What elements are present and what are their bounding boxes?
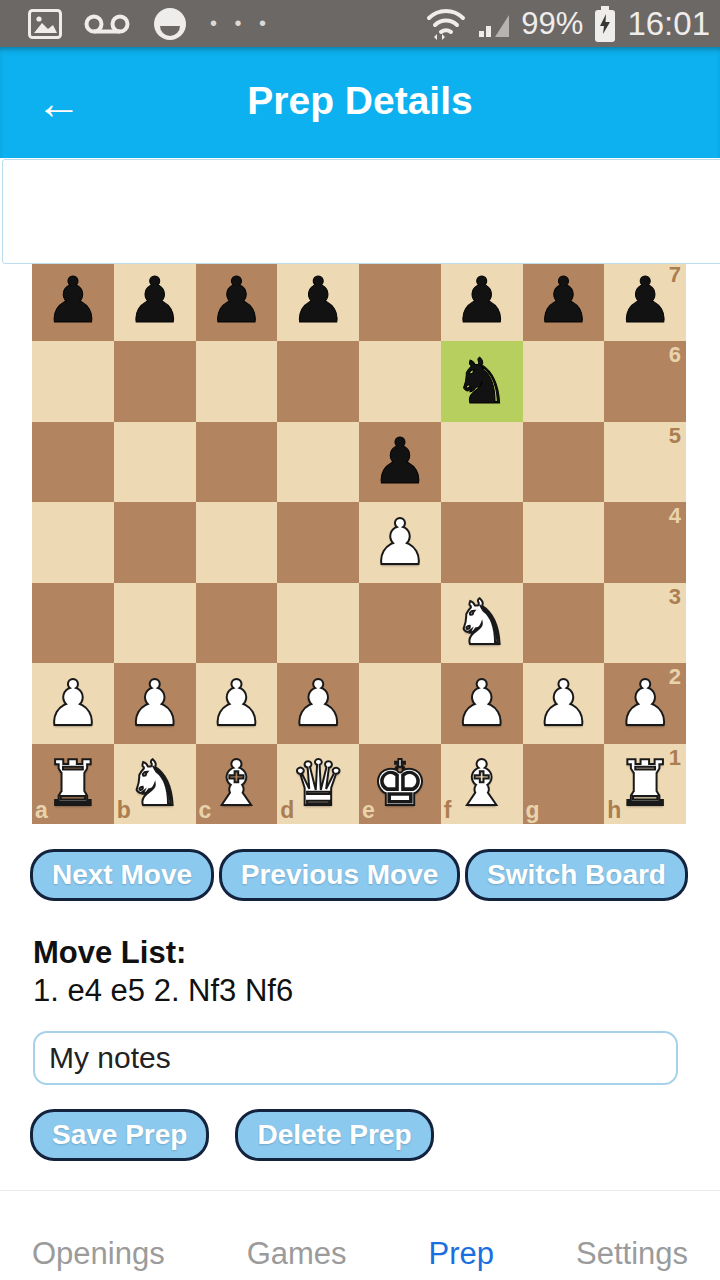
notes-input[interactable] (33, 1031, 678, 1085)
board-controls: Next Move Previous Move Switch Board (30, 849, 688, 901)
file-label-c: c (199, 797, 212, 824)
black-knight[interactable]: ♞ (453, 350, 509, 413)
white-pawn[interactable]: ♟ (535, 672, 591, 735)
file-label-d: d (280, 797, 294, 824)
white-pawn[interactable]: ♟ (290, 672, 346, 735)
square-h7[interactable]: 7♟ (604, 261, 686, 342)
white-rook[interactable]: ♜ (617, 752, 673, 815)
black-pawn[interactable]: ♟ (45, 269, 101, 332)
black-pawn[interactable]: ♟ (453, 269, 509, 332)
square-h4[interactable]: 4 (604, 502, 686, 583)
wifi-icon (425, 6, 467, 42)
rank-label-5: 5 (669, 423, 681, 449)
square-g4[interactable] (523, 502, 605, 583)
square-g5[interactable] (523, 422, 605, 503)
square-b3[interactable] (114, 583, 196, 664)
square-h5[interactable]: 5 (604, 422, 686, 503)
move-list-moves: 1. e4 e5 2. Nf3 Nf6 (33, 973, 293, 1009)
white-pawn[interactable]: ♟ (208, 672, 264, 735)
square-a1[interactable]: a♜ (32, 744, 114, 825)
square-d5[interactable] (277, 422, 359, 503)
square-f7[interactable]: ♟ (441, 261, 523, 342)
square-d6[interactable] (277, 341, 359, 422)
square-f1[interactable]: f♝ (441, 744, 523, 825)
square-f3[interactable]: ♞ (441, 583, 523, 664)
square-h3[interactable]: 3 (604, 583, 686, 664)
square-e3[interactable] (359, 583, 441, 664)
square-a6[interactable] (32, 341, 114, 422)
square-d3[interactable] (277, 583, 359, 664)
square-f4[interactable] (441, 502, 523, 583)
smiley-icon (152, 6, 188, 42)
square-d1[interactable]: d♛ (277, 744, 359, 825)
save-prep-button[interactable]: Save Prep (30, 1109, 209, 1161)
square-b6[interactable] (114, 341, 196, 422)
black-pawn[interactable]: ♟ (535, 269, 591, 332)
square-g3[interactable] (523, 583, 605, 664)
previous-move-button[interactable]: Previous Move (219, 849, 461, 901)
file-label-b: b (117, 797, 131, 824)
file-label-f: f (444, 797, 452, 824)
nav-item-games[interactable]: Games (247, 1236, 347, 1272)
battery-percent: 99% (521, 6, 583, 42)
rank-label-7: 7 (669, 262, 681, 288)
nav-item-settings[interactable]: Settings (576, 1236, 688, 1272)
black-pawn[interactable]: ♟ (617, 269, 673, 332)
move-list-label: Move List: (33, 935, 186, 971)
file-label-h: h (607, 797, 621, 824)
square-c5[interactable] (196, 422, 278, 503)
square-d7[interactable]: ♟ (277, 261, 359, 342)
file-label-a: a (35, 797, 48, 824)
next-move-button[interactable]: Next Move (30, 849, 214, 901)
white-pawn[interactable]: ♟ (45, 672, 101, 735)
square-b5[interactable] (114, 422, 196, 503)
square-d2[interactable]: ♟ (277, 663, 359, 744)
square-a3[interactable] (32, 583, 114, 664)
opening-select-box[interactable] (2, 159, 720, 264)
square-g2[interactable]: ♟ (523, 663, 605, 744)
square-a5[interactable] (32, 422, 114, 503)
rank-label-1: 1 (669, 745, 681, 771)
square-g1[interactable]: g (523, 744, 605, 825)
status-bar: • • • 99% 16:01 (0, 0, 720, 47)
black-pawn[interactable]: ♟ (372, 430, 428, 493)
square-e2[interactable] (359, 663, 441, 744)
delete-prep-button[interactable]: Delete Prep (235, 1109, 433, 1161)
bottom-nav: Openings Games Prep Settings (0, 1228, 720, 1280)
prep-details-screen: • • • 99% 16:01 ← Prep Details ♜♞♝♛♚♝8♜♟… (0, 0, 720, 1280)
white-queen[interactable]: ♛ (290, 752, 346, 815)
white-pawn[interactable]: ♟ (453, 672, 509, 735)
rank-label-4: 4 (669, 503, 681, 529)
black-pawn[interactable]: ♟ (126, 269, 182, 332)
square-c1[interactable]: c♝ (196, 744, 278, 825)
square-c7[interactable]: ♟ (196, 261, 278, 342)
nav-item-prep[interactable]: Prep (429, 1236, 494, 1272)
square-e6[interactable] (359, 341, 441, 422)
rank-label-6: 6 (669, 342, 681, 368)
square-d4[interactable] (277, 502, 359, 583)
nav-divider (0, 1190, 720, 1191)
file-label-g: g (526, 797, 540, 824)
square-a4[interactable] (32, 502, 114, 583)
square-f6[interactable]: ♞ (441, 341, 523, 422)
voicemail-icon (84, 12, 130, 36)
white-pawn[interactable]: ♟ (372, 511, 428, 574)
square-a7[interactable]: ♟ (32, 261, 114, 342)
square-g7[interactable]: ♟ (523, 261, 605, 342)
square-e5[interactable]: ♟ (359, 422, 441, 503)
status-time: 16:01 (627, 5, 710, 43)
square-h6[interactable]: 6 (604, 341, 686, 422)
white-bishop[interactable]: ♝ (453, 752, 509, 815)
square-c4[interactable] (196, 502, 278, 583)
square-h1[interactable]: 1h♜ (604, 744, 686, 825)
white-knight[interactable]: ♞ (126, 752, 182, 815)
prep-actions: Save Prep Delete Prep (30, 1109, 434, 1161)
square-c3[interactable] (196, 583, 278, 664)
square-b7[interactable]: ♟ (114, 261, 196, 342)
square-b1[interactable]: b♞ (114, 744, 196, 825)
signal-icon (477, 9, 511, 39)
square-e4[interactable]: ♟ (359, 502, 441, 583)
rank-label-2: 2 (669, 664, 681, 690)
white-knight[interactable]: ♞ (453, 591, 509, 654)
app-header: ← Prep Details (0, 47, 720, 158)
white-pawn[interactable]: ♟ (126, 672, 182, 735)
white-pawn[interactable]: ♟ (617, 672, 673, 735)
file-label-e: e (362, 797, 375, 824)
square-e7[interactable] (359, 261, 441, 342)
square-h2[interactable]: 2♟ (604, 663, 686, 744)
page-title: Prep Details (0, 79, 720, 123)
square-f2[interactable]: ♟ (441, 663, 523, 744)
nav-item-openings[interactable]: Openings (32, 1236, 165, 1272)
white-bishop[interactable]: ♝ (208, 752, 264, 815)
square-c2[interactable]: ♟ (196, 663, 278, 744)
black-pawn[interactable]: ♟ (208, 269, 264, 332)
square-a2[interactable]: ♟ (32, 663, 114, 744)
more-dots-icon: • • • (210, 12, 272, 35)
battery-icon (593, 5, 617, 43)
switch-board-button[interactable]: Switch Board (465, 849, 688, 901)
white-king[interactable]: ♚ (372, 752, 428, 815)
gallery-icon (28, 9, 62, 39)
rank-label-3: 3 (669, 584, 681, 610)
square-b4[interactable] (114, 502, 196, 583)
white-rook[interactable]: ♜ (45, 752, 101, 815)
square-e1[interactable]: e♚ (359, 744, 441, 825)
chess-board[interactable]: ♜♞♝♛♚♝8♜♟♟♟♟♟♟7♟♞6♟5♟4♞3♟♟♟♟♟♟2♟a♜b♞c♝d♛… (32, 180, 686, 824)
square-f5[interactable] (441, 422, 523, 503)
square-b2[interactable]: ♟ (114, 663, 196, 744)
square-c6[interactable] (196, 341, 278, 422)
square-g6[interactable] (523, 341, 605, 422)
black-pawn[interactable]: ♟ (290, 269, 346, 332)
